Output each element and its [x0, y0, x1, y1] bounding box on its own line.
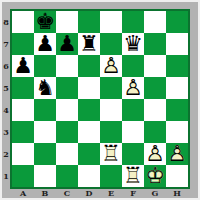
square-e2[interactable]: ♜♖	[100, 143, 122, 165]
square-f8[interactable]	[122, 11, 144, 33]
square-h3[interactable]	[166, 121, 188, 143]
white-pawn[interactable]: ♙	[122, 77, 144, 99]
file-label-c: C	[56, 188, 78, 199]
file-label-e: E	[100, 188, 122, 199]
square-a2[interactable]	[12, 143, 34, 165]
square-e5[interactable]	[100, 77, 122, 99]
square-c1[interactable]	[56, 165, 78, 187]
white-pawn[interactable]: ♙	[166, 143, 188, 165]
square-g3[interactable]	[144, 121, 166, 143]
square-f4[interactable]	[122, 99, 144, 121]
square-c4[interactable]	[56, 99, 78, 121]
rank-label-4: 4	[2, 99, 10, 121]
white-pawn[interactable]: ♙	[144, 143, 166, 165]
square-f3[interactable]	[122, 121, 144, 143]
file-label-f: F	[122, 188, 144, 199]
rank-label-5: 5	[2, 77, 10, 99]
square-d8[interactable]	[78, 11, 100, 33]
square-b2[interactable]	[34, 143, 56, 165]
square-h5[interactable]	[166, 77, 188, 99]
square-e1[interactable]	[100, 165, 122, 187]
square-e4[interactable]	[100, 99, 122, 121]
square-h6[interactable]	[166, 55, 188, 77]
black-king[interactable]: ♚	[34, 11, 56, 33]
black-pawn[interactable]: ♟	[12, 55, 34, 77]
square-b6[interactable]	[34, 55, 56, 77]
rank-label-2: 2	[2, 143, 10, 165]
square-f2[interactable]	[122, 143, 144, 165]
square-b5[interactable]: ♞	[34, 77, 56, 99]
square-a5[interactable]	[12, 77, 34, 99]
square-g6[interactable]	[144, 55, 166, 77]
square-a7[interactable]	[12, 33, 34, 55]
square-c7[interactable]: ♟	[56, 33, 78, 55]
square-g2[interactable]: ♟♙	[144, 143, 166, 165]
square-e7[interactable]	[100, 33, 122, 55]
square-d3[interactable]	[78, 121, 100, 143]
square-f5[interactable]: ♟♙	[122, 77, 144, 99]
square-d1[interactable]	[78, 165, 100, 187]
square-f6[interactable]	[122, 55, 144, 77]
square-a1[interactable]	[12, 165, 34, 187]
white-king[interactable]: ♔	[144, 165, 166, 187]
white-pawn[interactable]: ♙	[100, 55, 122, 77]
square-f1[interactable]: ♜♖	[122, 165, 144, 187]
square-c8[interactable]	[56, 11, 78, 33]
file-label-g: G	[144, 188, 166, 199]
square-g7[interactable]	[144, 33, 166, 55]
square-h1[interactable]	[166, 165, 188, 187]
rank-label-6: 6	[2, 55, 10, 77]
square-d7[interactable]: ♜	[78, 33, 100, 55]
chess-board: ♚♟♟♜♛♟♟♙♞♟♙♜♖♟♙♟♙♜♖♚♔	[12, 11, 188, 187]
file-label-b: B	[34, 188, 56, 199]
board-border: ♚♟♟♜♛♟♟♙♞♟♙♜♖♟♙♟♙♜♖♚♔	[10, 9, 190, 189]
white-rook[interactable]: ♖	[100, 143, 122, 165]
rank-label-1: 1	[2, 165, 10, 187]
black-queen[interactable]: ♛	[122, 33, 144, 55]
black-rook[interactable]: ♜	[78, 33, 100, 55]
square-h4[interactable]	[166, 99, 188, 121]
white-rook[interactable]: ♖	[122, 165, 144, 187]
chess-diagram: ♚♟♟♜♛♟♟♙♞♟♙♜♖♟♙♟♙♜♖♚♔ 87654321 ABCDEFGH	[0, 0, 200, 200]
square-d6[interactable]	[78, 55, 100, 77]
square-b1[interactable]	[34, 165, 56, 187]
square-b3[interactable]	[34, 121, 56, 143]
square-h2[interactable]: ♟♙	[166, 143, 188, 165]
black-knight[interactable]: ♞	[34, 77, 56, 99]
square-c6[interactable]	[56, 55, 78, 77]
square-c2[interactable]	[56, 143, 78, 165]
rank-label-8: 8	[2, 11, 10, 33]
square-g4[interactable]	[144, 99, 166, 121]
square-c5[interactable]	[56, 77, 78, 99]
file-label-a: A	[12, 188, 34, 199]
square-a6[interactable]: ♟	[12, 55, 34, 77]
square-h7[interactable]	[166, 33, 188, 55]
square-c3[interactable]	[56, 121, 78, 143]
square-e8[interactable]	[100, 11, 122, 33]
square-d2[interactable]	[78, 143, 100, 165]
file-label-h: H	[166, 188, 188, 199]
rank-label-3: 3	[2, 121, 10, 143]
square-a3[interactable]	[12, 121, 34, 143]
square-d4[interactable]	[78, 99, 100, 121]
square-a8[interactable]	[12, 11, 34, 33]
square-b4[interactable]	[34, 99, 56, 121]
square-a4[interactable]	[12, 99, 34, 121]
square-d5[interactable]	[78, 77, 100, 99]
square-g8[interactable]	[144, 11, 166, 33]
square-b8[interactable]: ♚	[34, 11, 56, 33]
file-label-d: D	[78, 188, 100, 199]
black-pawn[interactable]: ♟	[34, 33, 56, 55]
square-e3[interactable]	[100, 121, 122, 143]
square-f7[interactable]: ♛	[122, 33, 144, 55]
square-g1[interactable]: ♚♔	[144, 165, 166, 187]
square-b7[interactable]: ♟	[34, 33, 56, 55]
square-g5[interactable]	[144, 77, 166, 99]
rank-label-7: 7	[2, 33, 10, 55]
black-pawn[interactable]: ♟	[56, 33, 78, 55]
square-e6[interactable]: ♟♙	[100, 55, 122, 77]
square-h8[interactable]	[166, 11, 188, 33]
